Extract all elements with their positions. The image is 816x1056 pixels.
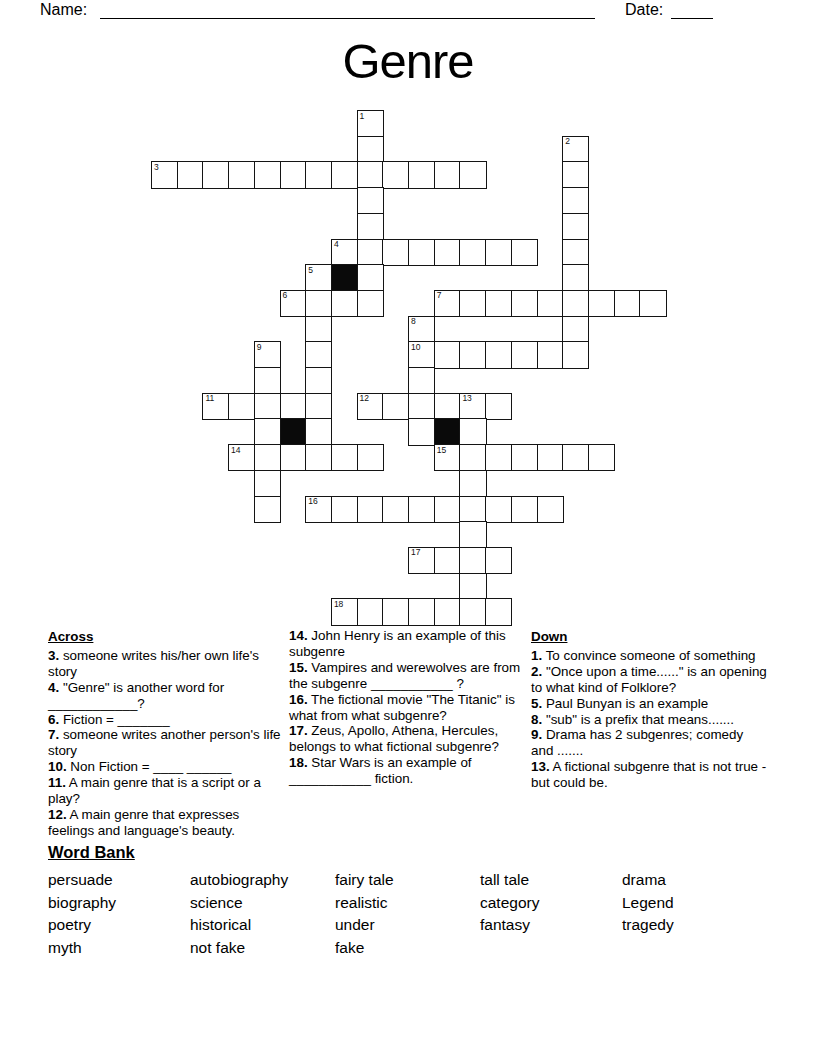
grid-cell[interactable] [254, 496, 281, 523]
grid-cell[interactable] [408, 598, 435, 625]
grid-cell[interactable] [408, 239, 435, 266]
grid-cell[interactable] [357, 290, 384, 317]
word-bank-word: fairy tale [335, 869, 394, 892]
word-bank-word: science [190, 892, 288, 915]
clue-12: 12. A main genre that expresses feelings… [48, 807, 285, 839]
word-bank-word: category [480, 892, 539, 915]
grid-cell[interactable] [305, 161, 332, 188]
clue-number: 18 [334, 600, 343, 609]
grid-cell[interactable]: 10 [408, 341, 435, 368]
grid-cell[interactable] [511, 341, 538, 368]
grid-cell[interactable] [511, 496, 538, 523]
grid-cell[interactable] [485, 547, 512, 574]
grid-cell[interactable] [537, 496, 564, 523]
across-clues: 3. someone writes his/her own life's sto… [48, 648, 285, 839]
grid-cell[interactable] [485, 239, 512, 266]
word-bank-word: autobiography [190, 869, 288, 892]
grid-cell[interactable] [331, 290, 358, 317]
date-blank-line [671, 2, 713, 19]
grid-cell[interactable] [511, 239, 538, 266]
grid-cell[interactable] [537, 341, 564, 368]
grid-cell[interactable] [614, 290, 641, 317]
word-bank-column: autobiographysciencehistoricalnot fake [190, 869, 288, 959]
grid-cell[interactable] [254, 418, 281, 445]
grid-cell[interactable]: 9 [254, 341, 281, 368]
grid-cell[interactable]: 4 [331, 239, 358, 266]
black-cell [280, 418, 307, 445]
grid-cell[interactable] [305, 418, 332, 445]
clue-4: 4. "Genre" is another word for _________… [48, 680, 285, 712]
word-bank-word: realistic [335, 892, 394, 915]
grid-cell[interactable] [357, 187, 384, 214]
grid-cell[interactable] [357, 213, 384, 240]
grid-cell[interactable] [485, 598, 512, 625]
grid-cell[interactable] [305, 393, 332, 420]
date-label: Date: [625, 1, 663, 19]
grid-cell[interactable] [562, 290, 589, 317]
grid-cell[interactable]: 18 [331, 598, 358, 625]
clue-number: 2 [565, 137, 570, 146]
name-label: Name: [40, 1, 87, 19]
grid-cell[interactable] [280, 393, 307, 420]
grid-cell[interactable] [305, 367, 332, 394]
grid-cell[interactable] [537, 290, 564, 317]
clue-10: 10. Non Fiction = ____ ______ [48, 759, 285, 775]
clue-number: 10 [411, 343, 420, 352]
grid-cell[interactable]: 12 [357, 393, 384, 420]
grid-cell[interactable] [177, 161, 204, 188]
name-blank-line [100, 2, 595, 19]
word-bank-column: tall talecategoryfantasy [480, 869, 539, 937]
grid-cell[interactable] [639, 290, 666, 317]
grid-cell[interactable] [588, 290, 615, 317]
grid-cell[interactable] [459, 161, 486, 188]
clue-number: 6 [283, 291, 288, 300]
word-bank-word: fake [335, 937, 394, 960]
clue-17: 17. Zeus, Apollo, Athena, Hercules, belo… [289, 723, 533, 755]
grid-cell[interactable]: 3 [151, 161, 178, 188]
clue-number: 15 [437, 446, 446, 455]
word-bank-word: myth [48, 937, 116, 960]
clue-2: 2. "Once upon a time......" is an openin… [531, 664, 769, 696]
grid-cell[interactable]: 2 [562, 136, 589, 163]
grid-cell[interactable] [485, 290, 512, 317]
clue-8: 8. "sub" is a prefix that means....... [531, 712, 769, 728]
grid-cell[interactable] [434, 161, 461, 188]
clue-number: 7 [437, 291, 442, 300]
clue-5: 5. Paul Bunyan is an example [531, 696, 769, 712]
clue-number: 5 [308, 266, 313, 275]
grid-cell[interactable] [511, 290, 538, 317]
grid-cell[interactable]: 15 [434, 444, 461, 471]
grid-cell[interactable] [382, 239, 409, 266]
grid-cell[interactable] [382, 496, 409, 523]
grid-cell[interactable]: 6 [280, 290, 307, 317]
grid-cell[interactable] [562, 444, 589, 471]
grid-cell[interactable] [459, 341, 486, 368]
grid-cell[interactable] [357, 444, 384, 471]
grid-cell[interactable] [459, 547, 486, 574]
grid-cell[interactable] [434, 341, 461, 368]
grid-cell[interactable] [485, 393, 512, 420]
clue-13: 13. A fictional subgenre that is not tru… [531, 759, 769, 791]
grid-cell[interactable] [459, 496, 486, 523]
word-bank-word: poetry [48, 914, 116, 937]
grid-cell[interactable] [305, 444, 332, 471]
grid-cell[interactable] [408, 496, 435, 523]
word-bank-word: historical [190, 914, 288, 937]
grid-cell[interactable]: 13 [459, 393, 486, 420]
grid-cell[interactable] [357, 264, 384, 291]
grid-cell[interactable] [459, 290, 486, 317]
grid-cell[interactable] [331, 444, 358, 471]
grid-cell[interactable]: 8 [408, 316, 435, 343]
grid-cell[interactable] [331, 161, 358, 188]
grid-cell[interactable] [408, 161, 435, 188]
grid-cell[interactable] [485, 444, 512, 471]
crossword-grid: 123456789101112131415161718 [151, 110, 668, 627]
grid-cell[interactable] [459, 573, 486, 600]
grid-cell[interactable]: 11 [202, 393, 229, 420]
grid-cell[interactable] [254, 367, 281, 394]
clue-9: 9. Drama has 2 subgenres; comedy and ...… [531, 727, 769, 759]
grid-cell[interactable] [562, 161, 589, 188]
grid-cell[interactable] [562, 264, 589, 291]
grid-cell[interactable] [562, 316, 589, 343]
grid-cell[interactable] [537, 444, 564, 471]
grid-cell[interactable]: 5 [305, 264, 332, 291]
grid-cell[interactable] [305, 290, 332, 317]
grid-cell[interactable] [254, 470, 281, 497]
grid-cell[interactable] [459, 521, 486, 548]
across-clues-continued: 14. John Henry is an example of this sub… [289, 628, 533, 787]
word-bank-word: under [335, 914, 394, 937]
grid-cell[interactable]: 14 [228, 444, 255, 471]
page-title: Genre [0, 33, 816, 89]
clue-number: 9 [257, 343, 262, 352]
grid-cell[interactable] [408, 418, 435, 445]
grid-cell[interactable] [382, 598, 409, 625]
word-bank-word: tall tale [480, 869, 539, 892]
across-heading: Across [48, 629, 285, 645]
grid-cell[interactable] [562, 341, 589, 368]
grid-cell[interactable] [434, 393, 461, 420]
clue-14: 14. John Henry is an example of this sub… [289, 628, 533, 660]
clue-number: 8 [411, 317, 416, 326]
grid-cell[interactable] [382, 393, 409, 420]
grid-cell[interactable] [485, 496, 512, 523]
grid-cell[interactable] [434, 598, 461, 625]
clue-number: 16 [308, 497, 317, 506]
grid-cell[interactable] [459, 470, 486, 497]
grid-cell[interactable] [485, 341, 512, 368]
clue-number: 12 [360, 394, 369, 403]
clue-number: 14 [231, 446, 240, 455]
grid-cell[interactable] [228, 161, 255, 188]
word-bank-word: persuade [48, 869, 116, 892]
grid-cell[interactable] [459, 239, 486, 266]
word-bank-heading: Word Bank [48, 843, 788, 862]
grid-cell[interactable] [408, 393, 435, 420]
black-cell [434, 418, 461, 445]
word-bank-word: fantasy [480, 914, 539, 937]
clue-number: 17 [411, 548, 420, 557]
clue-number: 4 [334, 240, 339, 249]
grid-cell[interactable] [382, 161, 409, 188]
word-bank: Word Bank persuadebiographypoetrymythaut… [48, 843, 788, 963]
clue-3: 3. someone writes his/her own life's sto… [48, 648, 285, 680]
word-bank-column: fairy talerealisticunderfake [335, 869, 394, 959]
down-heading: Down [531, 629, 769, 645]
grid-cell[interactable]: 17 [408, 547, 435, 574]
clue-1: 1. To convince someone of something [531, 648, 769, 664]
word-bank-word: Legend [622, 892, 674, 915]
clue-number: 13 [462, 394, 471, 403]
grid-cell[interactable] [562, 239, 589, 266]
grid-cell[interactable]: 16 [305, 496, 332, 523]
grid-cell[interactable] [254, 161, 281, 188]
word-bank-word: tragedy [622, 914, 674, 937]
grid-cell[interactable] [459, 444, 486, 471]
grid-cell[interactable] [305, 316, 332, 343]
word-bank-word: drama [622, 869, 674, 892]
grid-cell[interactable] [434, 496, 461, 523]
grid-cell[interactable] [357, 598, 384, 625]
grid-cell[interactable] [459, 598, 486, 625]
grid-cell[interactable] [305, 341, 332, 368]
grid-cell[interactable] [280, 444, 307, 471]
grid-cell[interactable] [357, 496, 384, 523]
clue-number: 11 [205, 394, 214, 403]
clue-15: 15. Vampires and werewolves are from the… [289, 660, 533, 692]
grid-cell[interactable] [511, 444, 538, 471]
word-bank-word: biography [48, 892, 116, 915]
word-bank-word: not fake [190, 937, 288, 960]
grid-cell[interactable] [562, 213, 589, 240]
grid-cell[interactable] [357, 239, 384, 266]
grid-cell[interactable] [254, 393, 281, 420]
grid-cell[interactable] [588, 444, 615, 471]
clue-number: 3 [154, 163, 159, 172]
grid-cell[interactable] [202, 161, 229, 188]
grid-cell[interactable] [357, 161, 384, 188]
grid-cell[interactable] [434, 239, 461, 266]
grid-cell[interactable] [459, 418, 486, 445]
word-bank-column: persuadebiographypoetrymyth [48, 869, 116, 959]
grid-cell[interactable] [280, 161, 307, 188]
across-clues-column: Across 3. someone writes his/her own lif… [48, 629, 285, 839]
clue-16: 16. The fictional movie "The Titanic" is… [289, 692, 533, 724]
grid-cell[interactable] [228, 393, 255, 420]
grid-cell[interactable] [357, 136, 384, 163]
grid-cell[interactable]: 7 [434, 290, 461, 317]
down-clues: 1. To convince someone of something2. "O… [531, 648, 769, 791]
grid-cell[interactable] [254, 444, 281, 471]
down-clues-column: Down 1. To convince someone of something… [531, 629, 769, 791]
clue-6: 6. Fiction = _______ [48, 712, 285, 728]
clue-7: 7. someone writes another person's life … [48, 727, 285, 759]
clue-18: 18. Star Wars is an example of _________… [289, 755, 533, 787]
word-bank-column: dramaLegendtragedy [622, 869, 674, 937]
black-cell [331, 264, 358, 291]
grid-cell[interactable] [331, 496, 358, 523]
clue-11: 11. A main genre that is a script or a p… [48, 775, 285, 807]
clue-number: 1 [360, 112, 365, 121]
grid-cell[interactable]: 1 [357, 110, 384, 137]
grid-cell[interactable] [408, 367, 435, 394]
across-clues-continued-column: 14. John Henry is an example of this sub… [289, 628, 533, 787]
grid-cell[interactable] [434, 547, 461, 574]
grid-cell[interactable] [562, 187, 589, 214]
